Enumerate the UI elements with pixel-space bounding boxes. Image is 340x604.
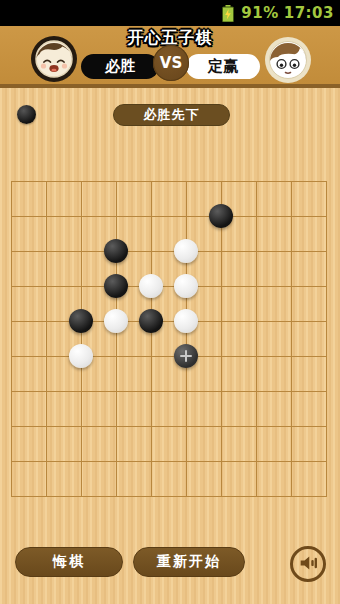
turn-banner: 必胜先下: [113, 104, 230, 126]
board-area: 必胜先下 悔棋 重新开始: [0, 88, 340, 604]
undo-button-label: 悔棋: [53, 553, 85, 571]
white-stone: [174, 309, 198, 333]
white-stone: [104, 309, 128, 333]
white-stone: [174, 239, 198, 263]
black-player-avatar: [31, 36, 77, 82]
vs-badge: VS: [153, 45, 189, 81]
last-move-marker-stone: [174, 344, 198, 368]
black-player-name-pill: 必胜: [81, 54, 159, 79]
black-stone: [209, 204, 233, 228]
status-bar: 91% 17:03: [0, 0, 340, 26]
battery-charging-icon: [222, 5, 234, 22]
header: 开心五子棋 必胜 VS 定赢: [0, 26, 340, 88]
decorative-black-stone: [17, 105, 36, 124]
vs-label: VS: [160, 54, 182, 72]
board-grid[interactable]: [11, 181, 327, 497]
restart-button-label: 重新开始: [157, 553, 221, 571]
black-stone: [69, 309, 93, 333]
white-stone: [174, 274, 198, 298]
white-stone: [139, 274, 163, 298]
app-screen: 91% 17:03 开心五子棋 必胜 VS 定赢: [0, 0, 340, 604]
white-player-name: 定赢: [208, 57, 238, 76]
sound-button[interactable]: [290, 546, 326, 582]
turn-banner-text: 必胜先下: [144, 106, 200, 124]
black-stone: [139, 309, 163, 333]
battery-percent: 91%: [241, 4, 278, 22]
restart-button[interactable]: 重新开始: [133, 547, 245, 577]
clock-time: 17:03: [284, 4, 334, 22]
black-stone: [104, 274, 128, 298]
undo-button[interactable]: 悔棋: [15, 547, 123, 577]
white-player-name-pill: 定赢: [186, 54, 260, 79]
white-player-avatar: [265, 37, 311, 83]
white-stone: [69, 344, 93, 368]
black-player-name: 必胜: [105, 57, 135, 76]
speaker-icon: [297, 552, 319, 577]
black-stone: [104, 239, 128, 263]
